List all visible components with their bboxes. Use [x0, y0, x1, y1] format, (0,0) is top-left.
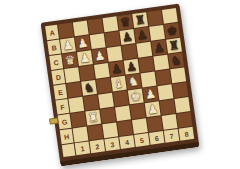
square-g1[interactable]: [71, 111, 87, 127]
piece-white-pawn[interactable]: ♟: [144, 86, 157, 101]
brass-clasp-icon: [49, 117, 59, 124]
chess-board: A♛♜B♟♟♟♟♚C♛♟♟♟♜D♟♟♞E♞♝♞F♚♟G♜♟H12345678: [41, 3, 200, 166]
square-f3[interactable]: [98, 92, 114, 108]
square-f7[interactable]: [158, 84, 174, 100]
square-c4[interactable]: [107, 46, 123, 62]
square-f8[interactable]: [172, 82, 188, 98]
coord-file-h: H: [60, 128, 74, 144]
coord-rank-6: 6: [149, 130, 165, 144]
board-frame: A♛♜B♟♟♟♟♚C♛♟♟♟♜D♟♟♞E♞♝♞F♚♟G♜♟H12345678: [41, 3, 200, 166]
piece-white-rook[interactable]: ♜: [87, 109, 100, 124]
square-f4[interactable]: [113, 90, 129, 106]
coord-rank-5: 5: [134, 133, 150, 147]
square-b1[interactable]: ♟: [60, 37, 76, 53]
square-h7[interactable]: [162, 114, 178, 130]
square-h3[interactable]: [102, 122, 118, 138]
square-b7[interactable]: [149, 24, 165, 40]
square-c8[interactable]: ♜: [166, 37, 182, 53]
square-g8[interactable]: [174, 97, 190, 113]
coord-rank-1: 1: [75, 141, 91, 155]
square-e7[interactable]: [155, 69, 171, 85]
square-e6[interactable]: [141, 71, 157, 87]
square-d6[interactable]: [139, 56, 155, 72]
piece-white-pawn[interactable]: ♟: [77, 35, 90, 50]
square-f6[interactable]: ♟: [143, 86, 159, 102]
piece-black-pawn[interactable]: ♟: [110, 61, 123, 76]
photo-background: A♛♜B♟♟♟♟♚C♛♟♟♟♜D♟♟♞E♞♝♞F♚♟G♜♟H12345678: [0, 0, 240, 169]
square-g5[interactable]: [130, 103, 146, 119]
square-h2[interactable]: [87, 124, 103, 140]
square-d2[interactable]: [79, 65, 95, 81]
piece-white-pawn[interactable]: ♟: [79, 50, 92, 65]
coord-file-g: G: [58, 113, 72, 129]
square-c1[interactable]: ♛: [62, 52, 78, 68]
piece-white-pawn[interactable]: ♟: [62, 37, 75, 52]
board-grid: A♛♜B♟♟♟♟♚C♛♟♟♟♜D♟♟♞E♞♝♞F♚♟G♜♟H12345678: [45, 7, 194, 156]
piece-white-queen[interactable]: ♛: [64, 52, 77, 67]
coord-file-e: E: [53, 84, 67, 100]
square-d5[interactable]: ♟: [124, 58, 140, 74]
piece-black-knight[interactable]: ♞: [83, 80, 96, 95]
square-d7[interactable]: [153, 54, 169, 70]
square-c7[interactable]: ♟: [151, 39, 167, 55]
piece-black-knight[interactable]: ♞: [170, 52, 183, 67]
square-b6[interactable]: ♟: [134, 27, 150, 43]
square-d1[interactable]: [64, 67, 80, 83]
square-a4[interactable]: [103, 16, 119, 32]
square-g6[interactable]: ♟: [145, 101, 161, 117]
square-c6[interactable]: [136, 41, 152, 57]
square-e1[interactable]: [66, 82, 82, 98]
square-b2[interactable]: ♟: [75, 35, 91, 51]
piece-white-pawn[interactable]: ♟: [93, 48, 106, 63]
coord-file-c: C: [49, 54, 63, 70]
square-b4[interactable]: [105, 31, 121, 47]
square-a1[interactable]: [58, 22, 74, 38]
piece-white-knight[interactable]: ♞: [127, 73, 140, 88]
coord-rank-8: 8: [179, 126, 195, 140]
square-c2[interactable]: ♟: [77, 50, 93, 66]
piece-black-pawn[interactable]: ♟: [136, 27, 149, 42]
square-d3[interactable]: [94, 62, 110, 78]
piece-black-pawn[interactable]: ♟: [121, 29, 134, 44]
square-d8[interactable]: ♞: [168, 52, 184, 68]
piece-black-pawn[interactable]: ♟: [153, 40, 166, 55]
square-h8[interactable]: [177, 111, 193, 127]
square-a3[interactable]: [88, 18, 104, 34]
square-b3[interactable]: [90, 33, 106, 49]
square-g7[interactable]: [160, 99, 176, 115]
square-f5[interactable]: ♚: [128, 88, 144, 104]
square-h6[interactable]: [147, 116, 163, 132]
square-a5[interactable]: ♛: [117, 14, 133, 30]
piece-black-rook[interactable]: ♜: [134, 12, 147, 27]
square-a2[interactable]: [73, 20, 89, 36]
coord-rank-7: 7: [164, 128, 180, 142]
square-a7[interactable]: [147, 10, 163, 26]
piece-black-queen[interactable]: ♛: [119, 14, 132, 29]
coord-file-f: F: [56, 98, 70, 114]
square-g4[interactable]: [115, 105, 131, 121]
coord-corner: [62, 143, 76, 157]
coord-file-d: D: [51, 69, 65, 85]
square-b5[interactable]: ♟: [119, 29, 135, 45]
square-e2[interactable]: ♞: [81, 79, 97, 95]
square-h4[interactable]: [117, 120, 133, 136]
square-a6[interactable]: ♜: [132, 12, 148, 28]
piece-white-bishop[interactable]: ♝: [112, 75, 125, 90]
square-e4[interactable]: ♝: [111, 75, 127, 91]
square-f2[interactable]: [83, 94, 99, 110]
piece-black-rook[interactable]: ♜: [168, 37, 181, 52]
square-b8[interactable]: ♚: [164, 22, 180, 38]
square-e5[interactable]: ♞: [126, 73, 142, 89]
coord-file-b: B: [47, 39, 61, 55]
square-h1[interactable]: [73, 126, 89, 142]
square-e8[interactable]: [170, 67, 186, 83]
square-f1[interactable]: [68, 96, 84, 112]
square-c3[interactable]: ♟: [92, 48, 108, 64]
square-d4[interactable]: ♟: [109, 60, 125, 76]
square-e3[interactable]: [96, 77, 112, 93]
piece-white-king[interactable]: ♚: [129, 88, 142, 103]
coord-rank-3: 3: [104, 137, 120, 151]
square-h5[interactable]: [132, 118, 148, 134]
piece-white-pawn[interactable]: ♟: [146, 101, 159, 116]
coord-file-a: A: [45, 24, 59, 40]
piece-black-pawn[interactable]: ♟: [125, 59, 138, 74]
coord-rank-2: 2: [90, 139, 106, 153]
square-c5[interactable]: [122, 43, 138, 59]
square-a8[interactable]: [162, 7, 178, 23]
square-g2[interactable]: ♜: [85, 109, 101, 125]
square-g3[interactable]: [100, 107, 116, 123]
coord-rank-4: 4: [119, 135, 135, 149]
piece-black-king[interactable]: ♚: [166, 23, 179, 38]
